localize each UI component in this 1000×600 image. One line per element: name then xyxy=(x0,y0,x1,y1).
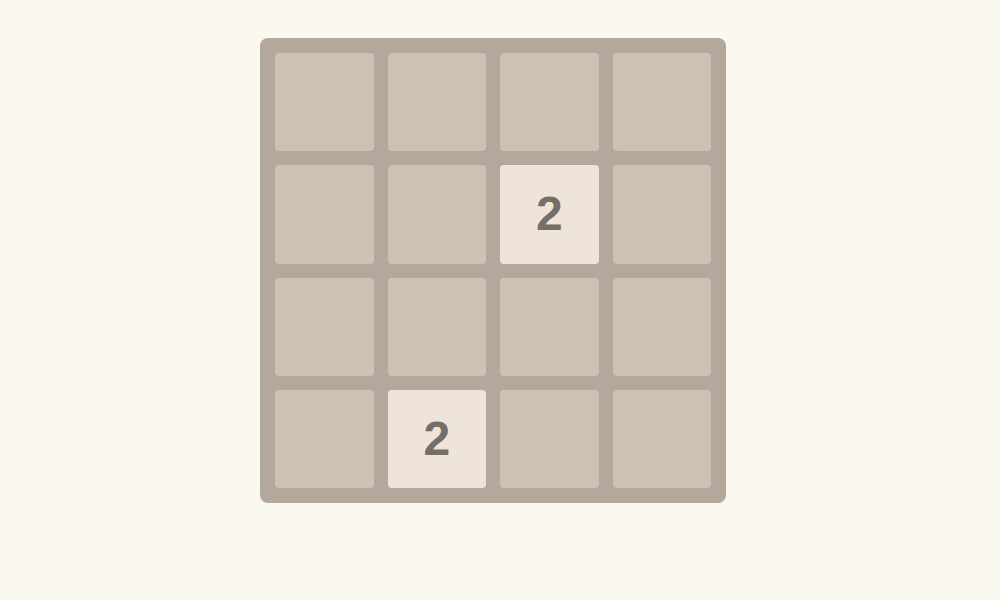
empty-cell xyxy=(500,278,599,376)
empty-cell xyxy=(500,390,599,488)
empty-cell xyxy=(388,165,487,263)
empty-cell xyxy=(613,390,712,488)
tile-2: 2 xyxy=(388,390,487,488)
empty-cell xyxy=(275,165,374,263)
empty-cell xyxy=(275,53,374,151)
empty-cell xyxy=(388,278,487,376)
game-board-2048[interactable]: 22 xyxy=(260,38,726,503)
empty-cell xyxy=(613,53,712,151)
empty-cell xyxy=(613,278,712,376)
empty-cell xyxy=(388,53,487,151)
empty-cell xyxy=(275,278,374,376)
empty-cell xyxy=(275,390,374,488)
empty-cell xyxy=(613,165,712,263)
empty-cell xyxy=(500,53,599,151)
tile-2: 2 xyxy=(500,165,599,263)
